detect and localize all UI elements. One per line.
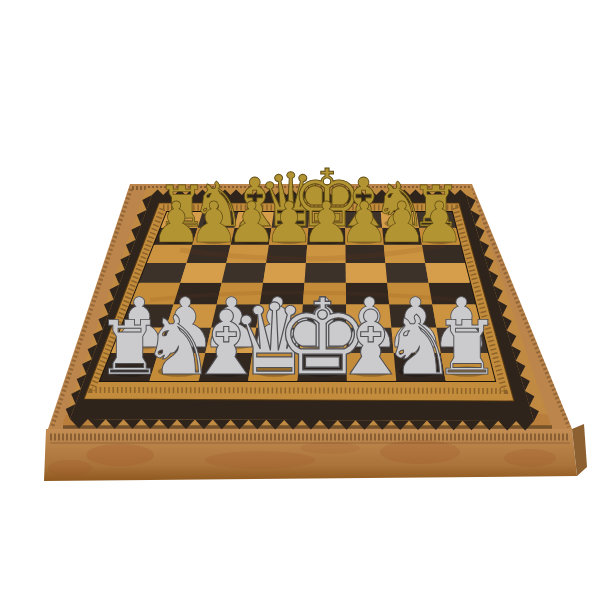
map-print-blotch (86, 444, 154, 466)
piece-silver-rook-h1[interactable]: ♜ (434, 305, 501, 392)
square-h5[interactable] (425, 263, 470, 283)
square-b5[interactable] (180, 263, 226, 283)
map-print-blotch (300, 442, 360, 454)
square-c5[interactable] (222, 263, 266, 283)
chess-set-photo: ♜♞♝♛♚♝♞♜♟♟♟♟♟♟♟♟♟♟♟♟♟♟♟♟♜♞♝♛♚♝♞♜ (0, 0, 600, 600)
piece-gold-pawn-h7[interactable]: ♟ (414, 190, 465, 255)
map-print-blotch (205, 451, 315, 469)
square-g5[interactable] (385, 263, 428, 283)
map-print-blotch (48, 460, 92, 476)
square-a5[interactable] (139, 263, 187, 283)
chess-board-scene: ♜♞♝♛♚♝♞♜♟♟♟♟♟♟♟♟♟♟♟♟♟♟♟♟♜♞♝♛♚♝♞♜ (0, 0, 600, 600)
map-print-blotch (504, 449, 556, 467)
